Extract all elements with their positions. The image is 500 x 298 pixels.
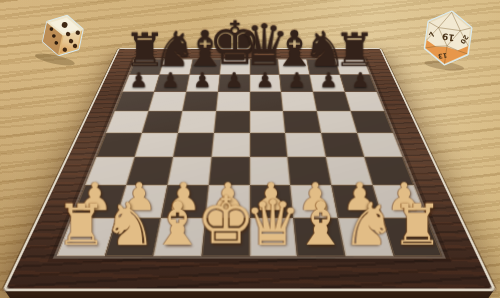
square-f7[interactable]: ♟ (280, 75, 313, 92)
square-a4[interactable] (96, 133, 142, 158)
chess-board: ♜♞♝♚♛♝♞♜♟♟♟♟♟♟♟♟♟♟♟♟♟♟♟♟♜♞♝♚♛♝♞♜ (56, 59, 442, 256)
square-d1[interactable]: ♚ (201, 218, 249, 256)
square-e4[interactable] (249, 133, 287, 158)
square-h6[interactable] (345, 92, 384, 111)
d20-die-graphic: 19 7 13 20 (418, 9, 478, 71)
piece-white-bishop[interactable]: ♝ (294, 194, 348, 254)
piece-black-pawn[interactable]: ♟ (288, 70, 306, 91)
square-d7[interactable]: ♟ (218, 75, 250, 92)
piece-black-pawn[interactable]: ♟ (193, 70, 211, 91)
square-c6[interactable] (182, 92, 218, 111)
piece-black-pawn[interactable]: ♟ (320, 70, 338, 91)
square-e5[interactable] (250, 111, 286, 133)
square-h5[interactable] (351, 111, 393, 133)
square-b4[interactable] (134, 133, 177, 158)
d20-face-13: 13 (438, 51, 448, 60)
square-b6[interactable] (148, 92, 186, 111)
d6-shadow (34, 51, 76, 66)
square-h7[interactable]: ♟ (340, 75, 377, 92)
square-c7[interactable]: ♟ (186, 75, 220, 92)
d20-face-19: 19 (441, 31, 455, 43)
table-surface: ♜♞♝♚♛♝♞♜♟♟♟♟♟♟♟♟♟♟♟♟♟♟♟♟♜♞♝♚♛♝♞♜ (0, 0, 500, 298)
square-b7[interactable]: ♟ (154, 75, 189, 92)
d6-die[interactable] (32, 6, 90, 66)
chess-board-frame: ♜♞♝♚♛♝♞♜♟♟♟♟♟♟♟♟♟♟♟♟♟♟♟♟♜♞♝♚♛♝♞♜ (2, 48, 496, 291)
square-d6[interactable] (216, 92, 250, 111)
square-e1[interactable]: ♛ (249, 218, 297, 256)
square-d5[interactable] (214, 111, 250, 133)
square-h1[interactable]: ♜ (383, 218, 443, 256)
piece-black-knight[interactable]: ♞ (303, 25, 347, 74)
piece-black-pawn[interactable]: ♟ (161, 70, 179, 91)
square-c4[interactable] (173, 133, 214, 158)
piece-black-pawn[interactable]: ♟ (351, 70, 369, 91)
square-f6[interactable] (281, 92, 317, 111)
piece-white-knight[interactable]: ♞ (343, 195, 396, 254)
piece-black-knight[interactable]: ♞ (153, 25, 197, 74)
piece-white-rook[interactable]: ♜ (392, 198, 442, 254)
piece-white-rook[interactable]: ♜ (56, 198, 106, 254)
piece-black-pawn[interactable]: ♟ (224, 70, 242, 91)
square-f5[interactable] (283, 111, 321, 133)
square-e7[interactable]: ♟ (250, 75, 282, 92)
square-g1[interactable]: ♞ (338, 218, 394, 256)
piece-black-pawn[interactable]: ♟ (129, 70, 147, 91)
square-g5[interactable] (317, 111, 357, 133)
board-front-edge (3, 289, 495, 298)
piece-white-knight[interactable]: ♞ (103, 195, 156, 254)
square-f4[interactable] (285, 133, 326, 158)
d20-die[interactable]: 19 7 13 20 (418, 9, 478, 71)
square-e6[interactable] (250, 92, 284, 111)
piece-black-queen[interactable]: ♛ (239, 16, 290, 73)
square-d4[interactable] (211, 133, 249, 158)
square-f1[interactable]: ♝ (294, 218, 346, 256)
square-b5[interactable] (142, 111, 182, 133)
square-h4[interactable] (357, 133, 403, 158)
square-c5[interactable] (178, 111, 216, 133)
d6-die-graphic (32, 6, 90, 66)
piece-black-pawn[interactable]: ♟ (256, 70, 274, 91)
